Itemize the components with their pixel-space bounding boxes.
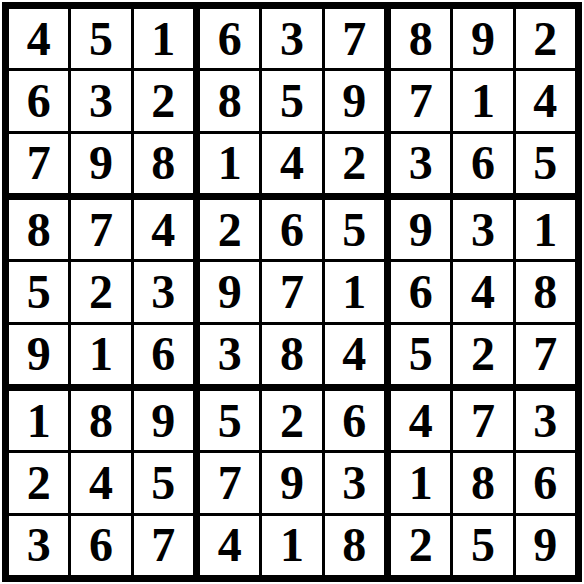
box-r1c2: 637859142 <box>200 9 384 193</box>
box-r2c3: 931648527 <box>391 200 575 384</box>
cell-r8c3[interactable]: 5 <box>134 453 193 512</box>
cell-r3c8[interactable]: 6 <box>453 134 512 193</box>
cell-r5c3[interactable]: 3 <box>134 262 193 321</box>
cell-r3c1[interactable]: 7 <box>9 134 68 193</box>
cell-r1c6[interactable]: 7 <box>325 9 384 68</box>
cell-r4c4[interactable]: 2 <box>200 200 259 259</box>
cell-r8c7[interactable]: 1 <box>391 453 450 512</box>
cell-r2c9[interactable]: 4 <box>516 71 575 130</box>
box-r3c1: 189245367 <box>9 391 193 575</box>
cell-r9c6[interactable]: 8 <box>325 516 384 575</box>
cell-r9c5[interactable]: 1 <box>262 516 321 575</box>
box-r3c3: 473186259 <box>391 391 575 575</box>
cell-r6c8[interactable]: 2 <box>453 325 512 384</box>
cell-r7c5[interactable]: 2 <box>262 391 321 450</box>
box-r1c3: 892714365 <box>391 9 575 193</box>
cell-r8c6[interactable]: 3 <box>325 453 384 512</box>
cell-r7c8[interactable]: 7 <box>453 391 512 450</box>
box-r2c1: 874523916 <box>9 200 193 384</box>
cell-r4c2[interactable]: 7 <box>71 200 130 259</box>
cell-r2c2[interactable]: 3 <box>71 71 130 130</box>
cell-r4c1[interactable]: 8 <box>9 200 68 259</box>
cell-r2c5[interactable]: 5 <box>262 71 321 130</box>
cell-r9c8[interactable]: 5 <box>453 516 512 575</box>
cell-r9c9[interactable]: 9 <box>516 516 575 575</box>
cell-r8c4[interactable]: 7 <box>200 453 259 512</box>
cell-r5c5[interactable]: 7 <box>262 262 321 321</box>
cell-r5c1[interactable]: 5 <box>9 262 68 321</box>
cell-r2c7[interactable]: 7 <box>391 71 450 130</box>
cell-r3c3[interactable]: 8 <box>134 134 193 193</box>
cell-r3c4[interactable]: 1 <box>200 134 259 193</box>
cell-r9c3[interactable]: 7 <box>134 516 193 575</box>
cell-r7c2[interactable]: 8 <box>71 391 130 450</box>
cell-r5c2[interactable]: 2 <box>71 262 130 321</box>
cell-r6c9[interactable]: 7 <box>516 325 575 384</box>
cell-r3c2[interactable]: 9 <box>71 134 130 193</box>
cell-r7c9[interactable]: 3 <box>516 391 575 450</box>
cell-r4c5[interactable]: 6 <box>262 200 321 259</box>
cell-r4c8[interactable]: 3 <box>453 200 512 259</box>
cell-r3c5[interactable]: 4 <box>262 134 321 193</box>
cell-r9c2[interactable]: 6 <box>71 516 130 575</box>
cell-r8c1[interactable]: 2 <box>9 453 68 512</box>
cell-r1c1[interactable]: 4 <box>9 9 68 68</box>
cell-r5c6[interactable]: 1 <box>325 262 384 321</box>
cell-r1c3[interactable]: 1 <box>134 9 193 68</box>
cell-r2c1[interactable]: 6 <box>9 71 68 130</box>
cell-r5c4[interactable]: 9 <box>200 262 259 321</box>
cell-r2c3[interactable]: 2 <box>134 71 193 130</box>
cell-r8c2[interactable]: 4 <box>71 453 130 512</box>
cell-r3c7[interactable]: 3 <box>391 134 450 193</box>
cell-r8c9[interactable]: 6 <box>516 453 575 512</box>
cell-r1c4[interactable]: 6 <box>200 9 259 68</box>
cell-r2c4[interactable]: 8 <box>200 71 259 130</box>
cell-r7c4[interactable]: 5 <box>200 391 259 450</box>
cell-r6c5[interactable]: 8 <box>262 325 321 384</box>
cell-r4c7[interactable]: 9 <box>391 200 450 259</box>
cell-r4c3[interactable]: 4 <box>134 200 193 259</box>
box-r3c2: 526793418 <box>200 391 384 575</box>
cell-r9c4[interactable]: 4 <box>200 516 259 575</box>
cell-r6c3[interactable]: 6 <box>134 325 193 384</box>
cell-r7c6[interactable]: 6 <box>325 391 384 450</box>
cell-r2c8[interactable]: 1 <box>453 71 512 130</box>
cell-r1c5[interactable]: 3 <box>262 9 321 68</box>
cell-r1c8[interactable]: 9 <box>453 9 512 68</box>
cell-r9c7[interactable]: 2 <box>391 516 450 575</box>
cell-r8c5[interactable]: 9 <box>262 453 321 512</box>
cell-r1c7[interactable]: 8 <box>391 9 450 68</box>
box-r1c1: 451632798 <box>9 9 193 193</box>
cell-r6c1[interactable]: 9 <box>9 325 68 384</box>
cell-r4c6[interactable]: 5 <box>325 200 384 259</box>
cell-r7c7[interactable]: 4 <box>391 391 450 450</box>
sudoku-board: 4516327986378591428927143658745239162659… <box>2 2 582 582</box>
cell-r6c2[interactable]: 1 <box>71 325 130 384</box>
cell-r9c1[interactable]: 3 <box>9 516 68 575</box>
cell-r6c7[interactable]: 5 <box>391 325 450 384</box>
cell-r5c9[interactable]: 8 <box>516 262 575 321</box>
cell-r3c9[interactable]: 5 <box>516 134 575 193</box>
cell-r1c9[interactable]: 2 <box>516 9 575 68</box>
cell-r7c3[interactable]: 9 <box>134 391 193 450</box>
box-r2c2: 265971384 <box>200 200 384 384</box>
cell-r3c6[interactable]: 2 <box>325 134 384 193</box>
cell-r7c1[interactable]: 1 <box>9 391 68 450</box>
cell-r8c8[interactable]: 8 <box>453 453 512 512</box>
cell-r2c6[interactable]: 9 <box>325 71 384 130</box>
cell-r5c7[interactable]: 6 <box>391 262 450 321</box>
cell-r4c9[interactable]: 1 <box>516 200 575 259</box>
cell-r6c4[interactable]: 3 <box>200 325 259 384</box>
cell-r1c2[interactable]: 5 <box>71 9 130 68</box>
cell-r6c6[interactable]: 4 <box>325 325 384 384</box>
cell-r5c8[interactable]: 4 <box>453 262 512 321</box>
